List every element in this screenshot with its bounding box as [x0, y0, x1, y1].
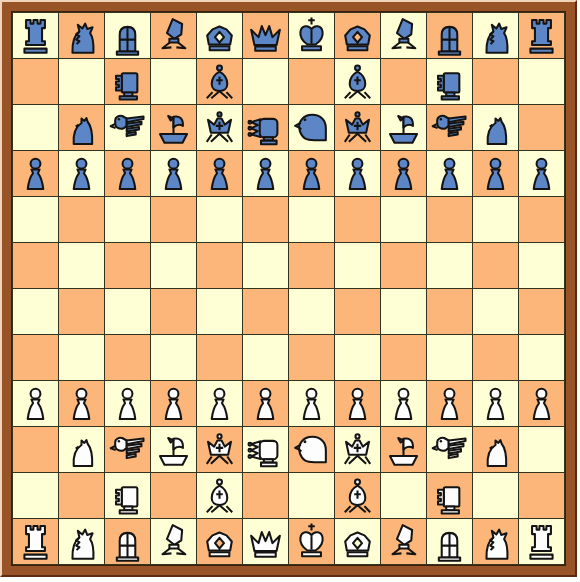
square-b5[interactable] — [59, 335, 104, 380]
square-h5[interactable] — [335, 335, 380, 380]
square-j7[interactable] — [427, 243, 472, 288]
square-e3[interactable] — [197, 427, 242, 472]
square-e11[interactable] — [197, 59, 242, 104]
white-camel-piece — [61, 429, 102, 470]
white-eagle-piece — [429, 429, 470, 470]
black-king-piece — [291, 15, 332, 56]
square-i2[interactable] — [381, 473, 426, 518]
square-j12[interactable] — [427, 13, 472, 58]
square-j3[interactable] — [427, 427, 472, 472]
white-pawn-piece — [291, 383, 332, 424]
square-h8[interactable] — [335, 197, 380, 242]
white-elephant-piece — [383, 521, 424, 562]
white-princess-piece — [337, 429, 378, 470]
square-e5[interactable] — [197, 335, 242, 380]
black-queen-piece — [245, 15, 286, 56]
black-pawn-piece — [245, 153, 286, 194]
black-rook-piece — [15, 15, 56, 56]
black-pawn-piece — [475, 153, 516, 194]
black-pawn-piece — [107, 153, 148, 194]
white-bishop-piece — [337, 475, 378, 516]
square-c2[interactable] — [105, 473, 150, 518]
square-h7[interactable] — [335, 243, 380, 288]
square-j5[interactable] — [427, 335, 472, 380]
square-d8[interactable] — [151, 197, 196, 242]
square-c7[interactable] — [105, 243, 150, 288]
black-machine-piece — [429, 61, 470, 102]
square-h11[interactable] — [335, 59, 380, 104]
white-pawn-piece — [337, 383, 378, 424]
white-camel-piece — [475, 429, 516, 470]
square-d11[interactable] — [151, 59, 196, 104]
black-pawn-piece — [337, 153, 378, 194]
square-d9[interactable] — [151, 151, 196, 196]
white-prince-piece — [337, 521, 378, 562]
square-d4[interactable] — [151, 381, 196, 426]
square-h9[interactable] — [335, 151, 380, 196]
black-camel-piece — [475, 107, 516, 148]
square-b12[interactable] — [59, 13, 104, 58]
square-g9[interactable] — [289, 151, 334, 196]
square-j4[interactable] — [427, 381, 472, 426]
square-l3[interactable] — [519, 427, 564, 472]
square-g2[interactable] — [289, 473, 334, 518]
square-c11[interactable] — [105, 59, 150, 104]
square-e9[interactable] — [197, 151, 242, 196]
board-frame-band — [2, 2, 575, 575]
white-pawn-piece — [521, 383, 562, 424]
square-i4[interactable] — [381, 381, 426, 426]
square-g1[interactable] — [289, 519, 334, 564]
square-k9[interactable] — [473, 151, 518, 196]
square-c8[interactable] — [105, 197, 150, 242]
square-i3[interactable] — [381, 427, 426, 472]
square-a12[interactable] — [13, 13, 58, 58]
square-l12[interactable] — [519, 13, 564, 58]
square-e10[interactable] — [197, 105, 242, 150]
square-l5[interactable] — [519, 335, 564, 380]
square-f11[interactable] — [243, 59, 288, 104]
square-g12[interactable] — [289, 13, 334, 58]
square-d1[interactable] — [151, 519, 196, 564]
board-frame-inner-line — [11, 11, 566, 566]
square-c3[interactable] — [105, 427, 150, 472]
white-eagle-piece — [107, 429, 148, 470]
square-k7[interactable] — [473, 243, 518, 288]
square-d2[interactable] — [151, 473, 196, 518]
black-princess-piece — [199, 107, 240, 148]
white-pawn-piece — [199, 383, 240, 424]
square-b7[interactable] — [59, 243, 104, 288]
square-a1[interactable] — [13, 519, 58, 564]
screenshot-stage — [0, 0, 580, 582]
square-d6[interactable] — [151, 289, 196, 334]
white-pawn-piece — [475, 383, 516, 424]
black-cannon-piece — [107, 15, 148, 56]
square-i7[interactable] — [381, 243, 426, 288]
black-prince-piece — [337, 15, 378, 56]
square-c1[interactable] — [105, 519, 150, 564]
square-k2[interactable] — [473, 473, 518, 518]
square-a11[interactable] — [13, 59, 58, 104]
square-h12[interactable] — [335, 13, 380, 58]
square-j11[interactable] — [427, 59, 472, 104]
square-j8[interactable] — [427, 197, 472, 242]
square-g6[interactable] — [289, 289, 334, 334]
white-bishop-piece — [199, 475, 240, 516]
square-b9[interactable] — [59, 151, 104, 196]
square-f12[interactable] — [243, 13, 288, 58]
square-f2[interactable] — [243, 473, 288, 518]
white-pawn-piece — [383, 383, 424, 424]
square-a2[interactable] — [13, 473, 58, 518]
white-elephant-piece — [153, 521, 194, 562]
square-l6[interactable] — [519, 289, 564, 334]
square-k3[interactable] — [473, 427, 518, 472]
white-pawn-piece — [153, 383, 194, 424]
square-a7[interactable] — [13, 243, 58, 288]
square-b4[interactable] — [59, 381, 104, 426]
square-k10[interactable] — [473, 105, 518, 150]
square-i1[interactable] — [381, 519, 426, 564]
square-l2[interactable] — [519, 473, 564, 518]
black-bishop-piece — [337, 61, 378, 102]
square-c9[interactable] — [105, 151, 150, 196]
square-d10[interactable] — [151, 105, 196, 150]
square-f1[interactable] — [243, 519, 288, 564]
square-a8[interactable] — [13, 197, 58, 242]
square-e12[interactable] — [197, 13, 242, 58]
square-l11[interactable] — [519, 59, 564, 104]
white-prince-piece — [199, 521, 240, 562]
square-a9[interactable] — [13, 151, 58, 196]
square-i10[interactable] — [381, 105, 426, 150]
square-l8[interactable] — [519, 197, 564, 242]
square-g3[interactable] — [289, 427, 334, 472]
square-a4[interactable] — [13, 381, 58, 426]
square-c5[interactable] — [105, 335, 150, 380]
square-k4[interactable] — [473, 381, 518, 426]
square-e6[interactable] — [197, 289, 242, 334]
black-pawn-piece — [521, 153, 562, 194]
square-g7[interactable] — [289, 243, 334, 288]
square-a3[interactable] — [13, 427, 58, 472]
black-prince-piece — [199, 15, 240, 56]
black-elephant-piece — [383, 15, 424, 56]
white-cannon-piece — [107, 521, 148, 562]
square-k6[interactable] — [473, 289, 518, 334]
square-a5[interactable] — [13, 335, 58, 380]
square-h3[interactable] — [335, 427, 380, 472]
square-f7[interactable] — [243, 243, 288, 288]
white-pawn-piece — [61, 383, 102, 424]
black-pawn-piece — [15, 153, 56, 194]
square-e1[interactable] — [197, 519, 242, 564]
square-b11[interactable] — [59, 59, 104, 104]
black-pawn-piece — [383, 153, 424, 194]
square-i5[interactable] — [381, 335, 426, 380]
white-princess-piece — [199, 429, 240, 470]
black-rook-piece — [521, 15, 562, 56]
black-camel-piece — [61, 107, 102, 148]
black-pawn-piece — [61, 153, 102, 194]
black-lion-piece — [245, 107, 286, 148]
square-h10[interactable] — [335, 105, 380, 150]
white-machine-piece — [429, 475, 470, 516]
square-b2[interactable] — [59, 473, 104, 518]
square-k11[interactable] — [473, 59, 518, 104]
square-i8[interactable] — [381, 197, 426, 242]
black-gryphon-piece — [291, 107, 332, 148]
black-pawn-piece — [199, 153, 240, 194]
white-knight-piece — [475, 521, 516, 562]
square-b10[interactable] — [59, 105, 104, 150]
square-d12[interactable] — [151, 13, 196, 58]
square-h1[interactable] — [335, 519, 380, 564]
square-c10[interactable] — [105, 105, 150, 150]
square-k5[interactable] — [473, 335, 518, 380]
square-f6[interactable] — [243, 289, 288, 334]
square-g4[interactable] — [289, 381, 334, 426]
square-b8[interactable] — [59, 197, 104, 242]
square-g5[interactable] — [289, 335, 334, 380]
black-bishop-piece — [199, 61, 240, 102]
square-e8[interactable] — [197, 197, 242, 242]
square-j2[interactable] — [427, 473, 472, 518]
square-f5[interactable] — [243, 335, 288, 380]
white-queen-piece — [245, 521, 286, 562]
square-g11[interactable] — [289, 59, 334, 104]
square-f3[interactable] — [243, 427, 288, 472]
black-knight-piece — [475, 15, 516, 56]
white-gryphon-piece — [291, 429, 332, 470]
square-g10[interactable] — [289, 105, 334, 150]
square-c6[interactable] — [105, 289, 150, 334]
white-lion-piece — [245, 429, 286, 470]
black-ship-piece — [153, 107, 194, 148]
white-ship-piece — [383, 429, 424, 470]
black-machine-piece — [107, 61, 148, 102]
square-f10[interactable] — [243, 105, 288, 150]
square-l1[interactable] — [519, 519, 564, 564]
black-pawn-piece — [291, 153, 332, 194]
white-rook-piece — [15, 521, 56, 562]
square-k12[interactable] — [473, 13, 518, 58]
square-d7[interactable] — [151, 243, 196, 288]
square-j1[interactable] — [427, 519, 472, 564]
square-a6[interactable] — [13, 289, 58, 334]
square-j10[interactable] — [427, 105, 472, 150]
square-b3[interactable] — [59, 427, 104, 472]
black-eagle-piece — [429, 107, 470, 148]
square-a10[interactable] — [13, 105, 58, 150]
game-board — [12, 12, 565, 565]
black-elephant-piece — [153, 15, 194, 56]
square-h2[interactable] — [335, 473, 380, 518]
black-pawn-piece — [429, 153, 470, 194]
square-e7[interactable] — [197, 243, 242, 288]
square-d3[interactable] — [151, 427, 196, 472]
black-princess-piece — [337, 107, 378, 148]
square-l4[interactable] — [519, 381, 564, 426]
black-pawn-piece — [153, 153, 194, 194]
black-eagle-piece — [107, 107, 148, 148]
square-c12[interactable] — [105, 13, 150, 58]
square-h6[interactable] — [335, 289, 380, 334]
square-c4[interactable] — [105, 381, 150, 426]
square-i9[interactable] — [381, 151, 426, 196]
square-f9[interactable] — [243, 151, 288, 196]
white-pawn-piece — [429, 383, 470, 424]
square-l10[interactable] — [519, 105, 564, 150]
square-i6[interactable] — [381, 289, 426, 334]
black-ship-piece — [383, 107, 424, 148]
square-j6[interactable] — [427, 289, 472, 334]
square-k1[interactable] — [473, 519, 518, 564]
square-g8[interactable] — [289, 197, 334, 242]
square-e4[interactable] — [197, 381, 242, 426]
square-k8[interactable] — [473, 197, 518, 242]
square-l9[interactable] — [519, 151, 564, 196]
white-rook-piece — [521, 521, 562, 562]
square-d5[interactable] — [151, 335, 196, 380]
square-e2[interactable] — [197, 473, 242, 518]
white-king-piece — [291, 521, 332, 562]
white-ship-piece — [153, 429, 194, 470]
square-h4[interactable] — [335, 381, 380, 426]
white-knight-piece — [61, 521, 102, 562]
square-i12[interactable] — [381, 13, 426, 58]
white-pawn-piece — [15, 383, 56, 424]
square-j9[interactable] — [427, 151, 472, 196]
white-cannon-piece — [429, 521, 470, 562]
square-f4[interactable] — [243, 381, 288, 426]
square-f8[interactable] — [243, 197, 288, 242]
white-pawn-piece — [245, 383, 286, 424]
black-cannon-piece — [429, 15, 470, 56]
black-knight-piece — [61, 15, 102, 56]
square-i11[interactable] — [381, 59, 426, 104]
white-machine-piece — [107, 475, 148, 516]
board-frame — [0, 0, 577, 577]
square-b6[interactable] — [59, 289, 104, 334]
square-l7[interactable] — [519, 243, 564, 288]
square-b1[interactable] — [59, 519, 104, 564]
white-pawn-piece — [107, 383, 148, 424]
